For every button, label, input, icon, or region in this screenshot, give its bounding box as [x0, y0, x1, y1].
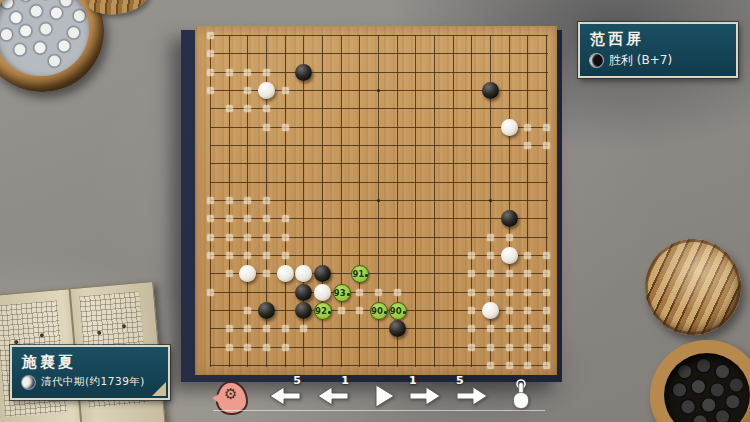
- black-stone: [482, 82, 499, 99]
- arrow-right-icon: [455, 384, 489, 408]
- territory-mark: [282, 215, 289, 222]
- move-badge[interactable]: 90: [370, 302, 388, 320]
- territory-mark: [524, 289, 531, 296]
- territory-mark: [244, 307, 251, 314]
- territory-mark: [487, 289, 494, 296]
- territory-mark: [506, 344, 513, 351]
- territory-mark: [226, 105, 233, 112]
- back-5-button[interactable]: 5: [268, 384, 302, 408]
- territory-mark: [487, 362, 494, 369]
- white-stone: [258, 82, 275, 99]
- territory-mark: [468, 325, 475, 332]
- territory-mark: [282, 234, 289, 241]
- territory-mark: [226, 270, 233, 277]
- arrow-left-icon: [316, 384, 350, 408]
- white-stone-icon: [22, 376, 35, 389]
- territory-mark: [244, 105, 251, 112]
- territory-mark: [468, 252, 475, 259]
- territory-mark: [263, 344, 270, 351]
- territory-mark: [207, 197, 214, 204]
- territory-mark: [226, 215, 233, 222]
- territory-mark: [207, 87, 214, 94]
- territory-mark: [543, 307, 550, 314]
- territory-mark: [524, 142, 531, 149]
- black-stone: [314, 265, 331, 282]
- territory-mark: [468, 289, 475, 296]
- territory-mark: [226, 325, 233, 332]
- territory-mark: [207, 234, 214, 241]
- territory-mark: [524, 307, 531, 314]
- territory-mark: [282, 87, 289, 94]
- territory-mark: [244, 69, 251, 76]
- territory-mark: [543, 344, 550, 351]
- territory-mark: [263, 270, 270, 277]
- territory-mark: [226, 252, 233, 259]
- territory-mark: [282, 344, 289, 351]
- white-stone: [501, 247, 518, 264]
- territory-mark: [207, 69, 214, 76]
- star-point: [377, 199, 380, 202]
- move-badge[interactable]: 90: [389, 302, 407, 320]
- game-screen: 9090919293 范西屏 胜利 (B+7) 施襄夏 清代中期(约1739年)…: [0, 0, 750, 422]
- territory-mark: [394, 289, 401, 296]
- territory-mark: [263, 69, 270, 76]
- territory-mark: [263, 197, 270, 204]
- black-stone: [501, 210, 518, 227]
- player-name-black: 范西屏: [590, 30, 726, 48]
- black-stone: [258, 302, 275, 319]
- territory-mark: [543, 362, 550, 369]
- star-point: [489, 199, 492, 202]
- player-name-white: 施襄夏: [22, 353, 158, 371]
- territory-mark: [282, 325, 289, 332]
- territory-mark: [244, 234, 251, 241]
- territory-mark: [524, 252, 531, 259]
- territory-mark: [282, 252, 289, 259]
- territory-mark: [356, 289, 363, 296]
- territory-mark: [226, 344, 233, 351]
- play-button[interactable]: [372, 383, 396, 409]
- white-stone: [295, 265, 312, 282]
- territory-mark: [207, 252, 214, 259]
- move-badge[interactable]: 93: [333, 284, 351, 302]
- territory-mark: [524, 325, 531, 332]
- play-icon: [372, 383, 396, 409]
- player-panel-black: 范西屏 胜利 (B+7): [578, 22, 738, 78]
- territory-mark: [263, 124, 270, 131]
- territory-mark: [468, 344, 475, 351]
- territory-mark: [263, 252, 270, 259]
- white-stone: [314, 284, 331, 301]
- tap-mode-button[interactable]: [508, 378, 534, 410]
- territory-mark: [244, 325, 251, 332]
- territory-mark: [207, 50, 214, 57]
- territory-mark: [263, 105, 270, 112]
- territory-mark: [244, 215, 251, 222]
- black-stone-icon: [590, 54, 603, 67]
- tap-hand-icon: [508, 378, 534, 410]
- game-era: 清代中期(约1739年): [41, 375, 145, 389]
- territory-mark: [506, 307, 513, 314]
- territory-mark: [207, 289, 214, 296]
- territory-mark: [282, 124, 289, 131]
- white-stone: [277, 265, 294, 282]
- forward-1-button[interactable]: 1: [408, 384, 442, 408]
- move-badge[interactable]: 92: [314, 302, 332, 320]
- territory-mark: [468, 270, 475, 277]
- black-stone: [389, 320, 406, 337]
- arrow-right-icon: [408, 384, 442, 408]
- back-1-button[interactable]: 1: [316, 384, 350, 408]
- territory-mark: [487, 270, 494, 277]
- territory-mark: [524, 270, 531, 277]
- forward-5-button[interactable]: 5: [455, 384, 489, 408]
- territory-mark: [524, 124, 531, 131]
- territory-mark: [468, 307, 475, 314]
- arrow-left-icon: [268, 384, 302, 408]
- territory-mark: [487, 325, 494, 332]
- territory-mark: [543, 252, 550, 259]
- black-stone: [295, 64, 312, 81]
- territory-mark: [244, 252, 251, 259]
- territory-mark: [226, 234, 233, 241]
- territory-mark: [543, 124, 550, 131]
- panel-corner-expand-icon[interactable]: [152, 382, 166, 396]
- white-stone: [501, 119, 518, 136]
- territory-mark: [375, 289, 382, 296]
- territory-mark: [356, 307, 363, 314]
- game-result: 胜利 (B+7): [609, 52, 672, 69]
- territory-mark: [543, 270, 550, 277]
- territory-mark: [487, 252, 494, 259]
- territory-mark: [263, 234, 270, 241]
- territory-mark: [543, 325, 550, 332]
- territory-mark: [226, 69, 233, 76]
- territory-mark: [244, 197, 251, 204]
- territory-mark: [244, 87, 251, 94]
- territory-mark: [524, 362, 531, 369]
- territory-mark: [506, 270, 513, 277]
- black-stone: [295, 284, 312, 301]
- territory-mark: [207, 215, 214, 222]
- head-gear-icon: ⚙: [224, 385, 237, 403]
- territory-mark: [543, 142, 550, 149]
- territory-mark: [487, 234, 494, 241]
- star-point: [377, 89, 380, 92]
- control-underline: [213, 410, 545, 411]
- territory-mark: [207, 32, 214, 39]
- white-stone: [482, 302, 499, 319]
- territory-mark: [506, 289, 513, 296]
- territory-mark: [506, 362, 513, 369]
- territory-mark: [487, 344, 494, 351]
- territory-mark: [300, 325, 307, 332]
- territory-mark: [244, 344, 251, 351]
- territory-mark: [226, 197, 233, 204]
- player-panel-white: 施襄夏 清代中期(约1739年): [10, 345, 170, 400]
- territory-mark: [338, 307, 345, 314]
- black-stone: [295, 302, 312, 319]
- territory-mark: [524, 344, 531, 351]
- territory-mark: [506, 234, 513, 241]
- territory-mark: [263, 215, 270, 222]
- move-badge[interactable]: 91: [351, 265, 369, 283]
- territory-mark: [543, 289, 550, 296]
- territory-mark: [263, 325, 270, 332]
- white-stone: [239, 265, 256, 282]
- territory-mark: [506, 325, 513, 332]
